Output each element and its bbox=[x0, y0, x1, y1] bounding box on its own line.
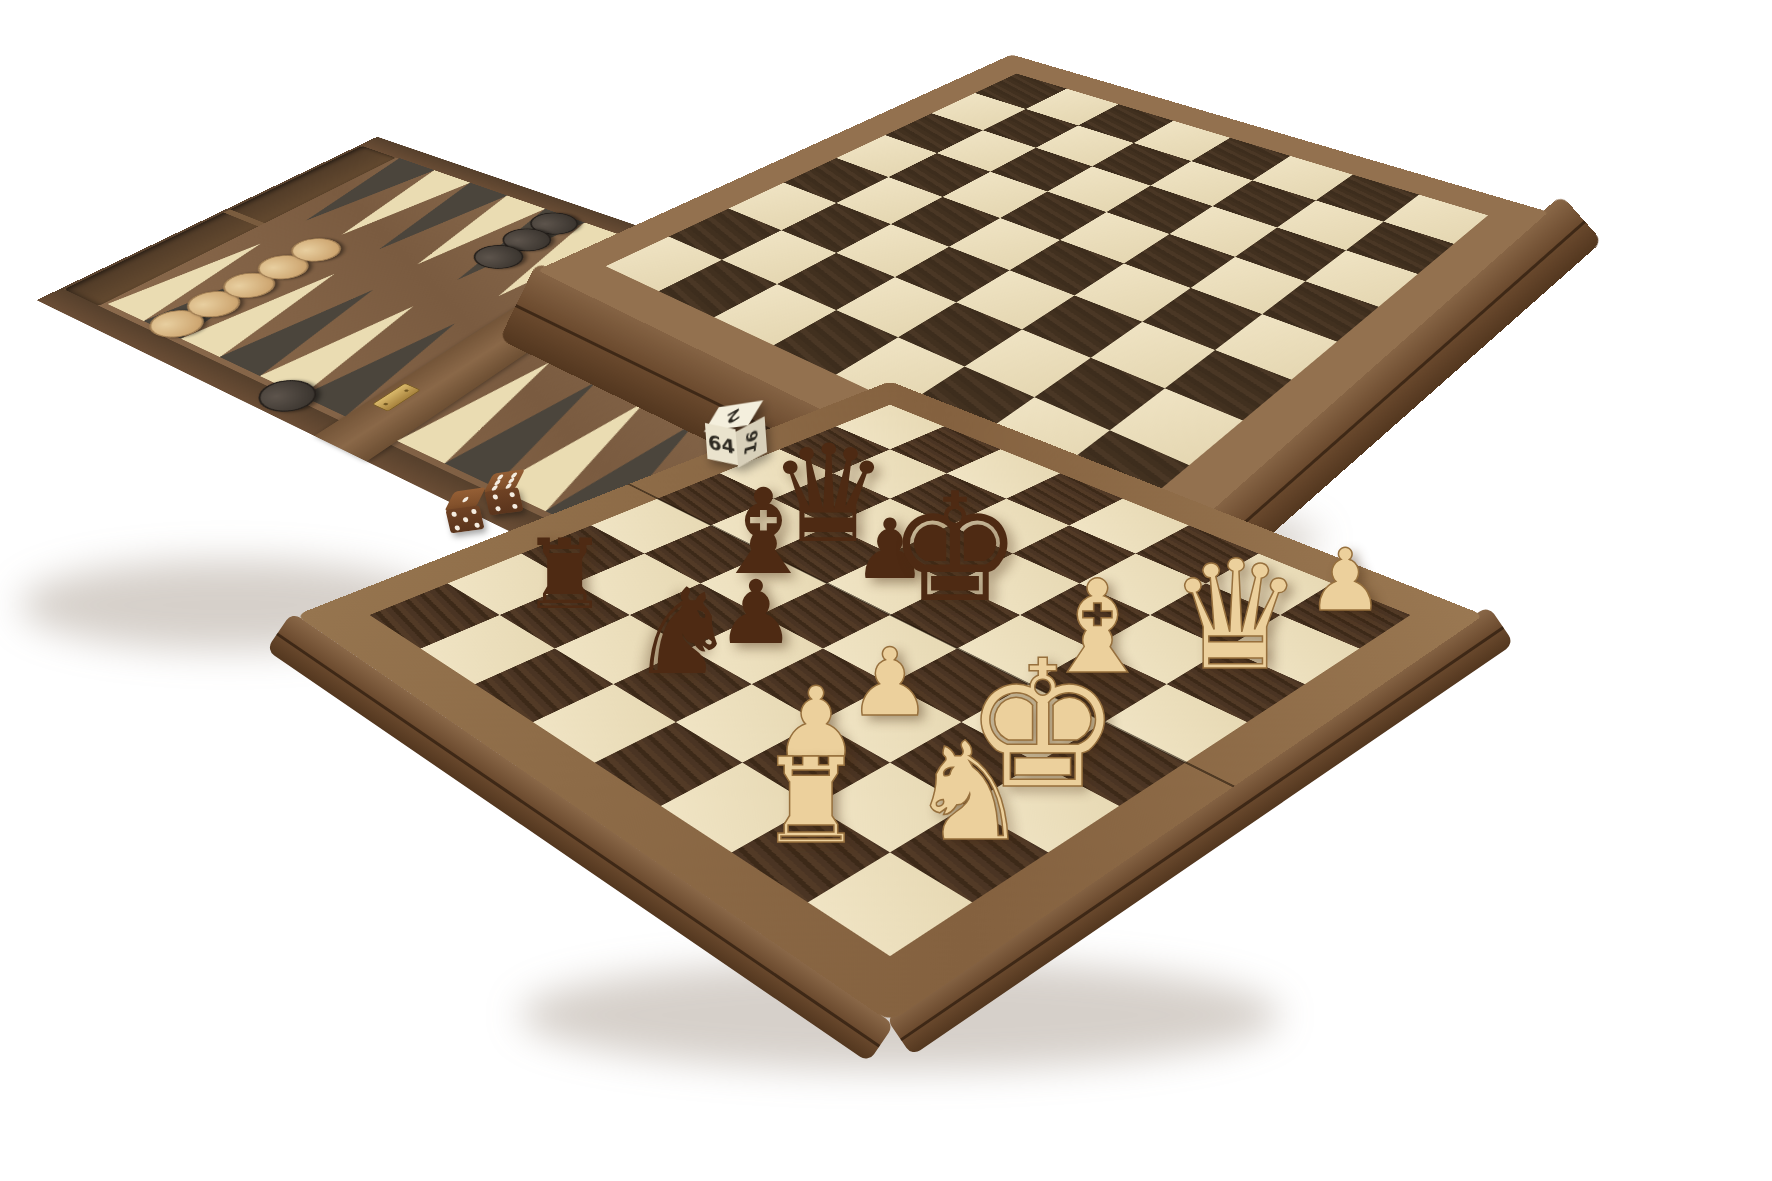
product-photo-stage: ♜♞♝♟♛♟♜♟♟♚♞♚♝♛♟26416 bbox=[0, 0, 1772, 1181]
tray-divider bbox=[224, 209, 265, 226]
